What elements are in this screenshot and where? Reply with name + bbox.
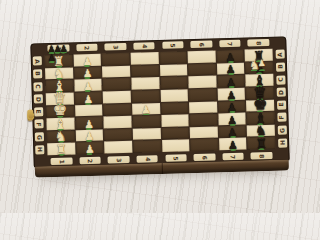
square-c3[interactable]	[103, 78, 131, 90]
square-f1[interactable]: ♝	[46, 118, 74, 130]
square-d5[interactable]	[160, 89, 188, 101]
piece-black-pawn-d7[interactable]: ♟	[226, 89, 236, 100]
square-b6[interactable]	[188, 63, 216, 75]
square-d6[interactable]	[189, 88, 217, 100]
square-h1[interactable]: ♜	[47, 143, 75, 155]
square-g3[interactable]	[104, 129, 132, 141]
piece-black-pawn-e7[interactable]: ♟	[227, 102, 237, 113]
piece-white-pawn-f2[interactable]: ♟	[84, 119, 94, 130]
brass-clasp	[27, 110, 33, 121]
square-g2[interactable]: ♟	[75, 129, 103, 141]
file-label-a-left: A	[31, 55, 44, 67]
loose-black-pawn-3[interactable]: ♟	[60, 45, 68, 54]
square-g5[interactable]	[161, 127, 189, 139]
wood-floor-background: 12345678A♜♟♟♜AB♞♟♟♞BC♝♟♟♝CD♛♟♟♛DE♚♟♟♚EF♝…	[0, 0, 320, 213]
file-label-a-right: A	[274, 48, 287, 60]
rank-label-4-top: 4	[130, 40, 158, 52]
loose-white-pieces-cluster[interactable]: ♞♟	[250, 59, 274, 72]
square-h5[interactable]	[162, 140, 190, 152]
rank-label-2-top: 2	[73, 42, 101, 54]
square-d7[interactable]: ♟	[217, 87, 245, 99]
square-a2[interactable]: ♟	[73, 54, 101, 66]
piece-white-pawn-b2[interactable]: ♟	[83, 68, 93, 79]
square-c6[interactable]	[188, 76, 216, 88]
square-a3[interactable]	[102, 53, 130, 65]
square-f5[interactable]	[161, 114, 189, 126]
file-label-h-right: H	[276, 137, 289, 149]
square-g4[interactable]	[133, 128, 161, 140]
file-label-h-left: H	[33, 144, 46, 156]
square-e6[interactable]	[189, 101, 217, 113]
square-e4[interactable]: ♟	[132, 103, 160, 115]
square-e5[interactable]	[161, 102, 189, 114]
square-h4[interactable]	[133, 140, 161, 152]
board-corner-2	[273, 36, 286, 47]
square-e7[interactable]: ♟	[218, 100, 246, 112]
rank-label-3-top: 3	[102, 41, 130, 53]
file-label-b-right: B	[274, 61, 287, 73]
square-c2[interactable]: ♟	[74, 79, 102, 91]
file-label-e-right: E	[275, 99, 288, 111]
file-label-f-left: F	[32, 118, 45, 130]
square-a5[interactable]	[159, 51, 187, 63]
square-e2[interactable]	[75, 104, 103, 116]
file-label-d-left: D	[32, 93, 45, 105]
square-c4[interactable]	[131, 77, 159, 89]
square-g6[interactable]	[190, 126, 218, 138]
square-f3[interactable]	[104, 116, 132, 128]
square-c5[interactable]	[160, 76, 188, 88]
piece-black-pawn-f7[interactable]: ♟	[227, 115, 237, 126]
file-label-f-right: F	[275, 112, 288, 124]
square-a6[interactable]	[188, 50, 216, 62]
piece-white-rook-h1[interactable]: ♜	[55, 143, 67, 156]
file-label-c-right: C	[274, 74, 287, 86]
piece-white-pawn-d2[interactable]: ♟	[83, 93, 93, 104]
piece-black-pawn-b7[interactable]: ♟	[226, 64, 236, 75]
piece-black-rook-h8[interactable]: ♜	[255, 137, 267, 150]
square-f2[interactable]: ♟	[75, 117, 103, 129]
rank-label-6-top: 6	[187, 38, 215, 50]
rank-label-7-top: 7	[216, 38, 244, 50]
square-a4[interactable]	[130, 52, 158, 64]
board-corner-1	[30, 43, 43, 54]
file-label-g-right: G	[276, 124, 289, 136]
square-a7[interactable]: ♟	[216, 50, 244, 62]
square-h6[interactable]	[190, 139, 218, 151]
square-b3[interactable]	[102, 65, 130, 77]
piece-white-pawn-a2[interactable]: ♟	[82, 56, 92, 67]
piece-white-pawn-h2[interactable]: ♟	[85, 144, 95, 155]
piece-black-pawn-a7[interactable]: ♟	[225, 52, 235, 63]
piece-black-pawn-c7[interactable]: ♟	[226, 77, 236, 88]
chess-board: 12345678A♜♟♟♜AB♞♟♟♞BC♝♟♟♝CD♛♟♟♛DE♚♟♟♚EF♝…	[30, 36, 289, 167]
piece-white-pawn-g2[interactable]: ♟	[84, 131, 94, 142]
square-d4[interactable]	[132, 90, 160, 102]
piece-black-pawn-h7[interactable]: ♟	[228, 140, 238, 151]
square-b7[interactable]: ♟	[217, 62, 245, 74]
square-d3[interactable]	[103, 91, 131, 103]
square-h2[interactable]: ♟	[76, 142, 104, 154]
file-label-g-left: G	[33, 131, 46, 143]
square-g7[interactable]: ♟	[218, 125, 246, 137]
square-c7[interactable]: ♟	[217, 75, 245, 87]
piece-white-pawn-c2[interactable]: ♟	[83, 81, 93, 92]
square-b2[interactable]: ♟	[74, 66, 102, 78]
square-f8[interactable]: ♝	[247, 112, 275, 124]
square-h7[interactable]: ♟	[219, 138, 247, 150]
square-f7[interactable]: ♟	[218, 113, 246, 125]
square-g1[interactable]: ♞	[47, 130, 75, 142]
square-e3[interactable]	[103, 103, 131, 115]
piece-white-pawn-e4[interactable]: ♟	[141, 104, 151, 115]
loose-white-pawn-2[interactable]: ♟	[258, 59, 266, 71]
square-f4[interactable]	[132, 115, 160, 127]
piece-black-pawn-g7[interactable]: ♟	[227, 127, 237, 138]
square-g8[interactable]: ♞	[247, 125, 275, 137]
rank-label-5-top: 5	[159, 39, 187, 51]
square-f6[interactable]	[189, 114, 217, 126]
file-label-d-right: D	[275, 86, 288, 98]
square-h8[interactable]: ♜	[247, 137, 275, 149]
loose-black-pawn-4[interactable]: ♟	[48, 54, 56, 63]
square-h3[interactable]	[104, 141, 132, 153]
square-b4[interactable]	[131, 65, 159, 77]
square-d2[interactable]: ♟	[74, 91, 102, 103]
file-label-c-left: C	[31, 80, 44, 92]
square-b5[interactable]	[159, 64, 187, 76]
captured-black-pawns-cluster[interactable]: ♟♟♟♟	[48, 44, 70, 63]
file-label-b-left: B	[31, 68, 44, 80]
